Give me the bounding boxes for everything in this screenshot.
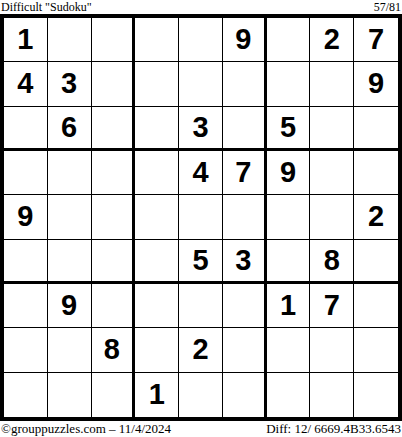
cell-r9c2 bbox=[48, 373, 92, 417]
cell-r5c7 bbox=[267, 195, 311, 239]
cell-r9c4: 1 bbox=[135, 373, 179, 417]
cell-r8c8 bbox=[310, 328, 354, 372]
cell-r5c1: 9 bbox=[4, 195, 48, 239]
cell-r3c9 bbox=[354, 107, 398, 151]
cell-r3c8 bbox=[310, 107, 354, 151]
cell-r7c5 bbox=[179, 284, 223, 328]
cell-r6c6: 3 bbox=[223, 240, 267, 284]
cell-r5c6 bbox=[223, 195, 267, 239]
cell-r2c9: 9 bbox=[354, 62, 398, 106]
page-header: Difficult "Sudoku" 57/81 bbox=[0, 0, 402, 14]
cell-r8c3: 8 bbox=[92, 328, 136, 372]
cell-r8c5: 2 bbox=[179, 328, 223, 372]
cell-r7c3 bbox=[92, 284, 136, 328]
cell-r2c2: 3 bbox=[48, 62, 92, 106]
cell-r1c3 bbox=[92, 18, 136, 62]
cell-r9c5 bbox=[179, 373, 223, 417]
cell-r3c5: 3 bbox=[179, 107, 223, 151]
cell-r1c5 bbox=[179, 18, 223, 62]
cell-r6c8: 8 bbox=[310, 240, 354, 284]
cell-r7c4 bbox=[135, 284, 179, 328]
cell-r7c8: 7 bbox=[310, 284, 354, 328]
cell-r5c3 bbox=[92, 195, 136, 239]
cell-r8c4 bbox=[135, 328, 179, 372]
cell-r9c3 bbox=[92, 373, 136, 417]
cell-r5c8 bbox=[310, 195, 354, 239]
cell-r6c7 bbox=[267, 240, 311, 284]
cell-r7c9 bbox=[354, 284, 398, 328]
cell-r5c2 bbox=[48, 195, 92, 239]
cell-r4c5: 4 bbox=[179, 151, 223, 195]
sudoku-board: 192743963547992538917821 bbox=[0, 14, 402, 421]
cell-r4c2 bbox=[48, 151, 92, 195]
sudoku-page: Difficult "Sudoku" 57/81 192743963547992… bbox=[0, 0, 402, 437]
cell-r9c9 bbox=[354, 373, 398, 417]
cell-r2c3 bbox=[92, 62, 136, 106]
cell-r9c7 bbox=[267, 373, 311, 417]
cell-r1c1: 1 bbox=[4, 18, 48, 62]
cell-r2c7 bbox=[267, 62, 311, 106]
cell-r4c3 bbox=[92, 151, 136, 195]
cell-r7c6 bbox=[223, 284, 267, 328]
page-footer: ©grouppuzzles.com – 11/4/2024 Diff: 12/ … bbox=[0, 421, 402, 437]
cell-r7c1 bbox=[4, 284, 48, 328]
cell-r8c6 bbox=[223, 328, 267, 372]
remaining-counter: 57/81 bbox=[374, 1, 401, 14]
cell-r3c1 bbox=[4, 107, 48, 151]
cell-r3c7: 5 bbox=[267, 107, 311, 151]
cell-r5c4 bbox=[135, 195, 179, 239]
cell-r1c2 bbox=[48, 18, 92, 62]
cell-r8c2 bbox=[48, 328, 92, 372]
cell-r4c1 bbox=[4, 151, 48, 195]
cell-r2c5 bbox=[179, 62, 223, 106]
cell-r3c4 bbox=[135, 107, 179, 151]
cell-r2c1: 4 bbox=[4, 62, 48, 106]
cell-r3c6 bbox=[223, 107, 267, 151]
cell-r1c4 bbox=[135, 18, 179, 62]
cell-r2c6 bbox=[223, 62, 267, 106]
cell-r3c2: 6 bbox=[48, 107, 92, 151]
page-title: Difficult "Sudoku" bbox=[1, 1, 92, 14]
cell-r6c2 bbox=[48, 240, 92, 284]
cell-r1c8: 2 bbox=[310, 18, 354, 62]
cell-r1c9: 7 bbox=[354, 18, 398, 62]
cell-r3c3 bbox=[92, 107, 136, 151]
cell-r9c6 bbox=[223, 373, 267, 417]
cell-r1c6: 9 bbox=[223, 18, 267, 62]
cell-r8c7 bbox=[267, 328, 311, 372]
cell-r2c8 bbox=[310, 62, 354, 106]
cell-r2c4 bbox=[135, 62, 179, 106]
cell-r4c6: 7 bbox=[223, 151, 267, 195]
cell-r4c9 bbox=[354, 151, 398, 195]
cell-r7c2: 9 bbox=[48, 284, 92, 328]
cell-r6c1 bbox=[4, 240, 48, 284]
cell-r6c3 bbox=[92, 240, 136, 284]
cell-r8c9 bbox=[354, 328, 398, 372]
cell-r5c5 bbox=[179, 195, 223, 239]
cell-r4c7: 9 bbox=[267, 151, 311, 195]
footer-difficulty: Diff: 12/ 6669.4B33.6543 bbox=[266, 422, 401, 436]
cell-r5c9: 2 bbox=[354, 195, 398, 239]
cell-r6c5: 5 bbox=[179, 240, 223, 284]
cell-r7c7: 1 bbox=[267, 284, 311, 328]
cell-r9c1 bbox=[4, 373, 48, 417]
cell-r6c4 bbox=[135, 240, 179, 284]
footer-copyright: ©grouppuzzles.com – 11/4/2024 bbox=[1, 422, 171, 436]
cell-r1c7 bbox=[267, 18, 311, 62]
cell-r6c9 bbox=[354, 240, 398, 284]
cell-r9c8 bbox=[310, 373, 354, 417]
cell-r8c1 bbox=[4, 328, 48, 372]
cell-r4c4 bbox=[135, 151, 179, 195]
cell-r4c8 bbox=[310, 151, 354, 195]
